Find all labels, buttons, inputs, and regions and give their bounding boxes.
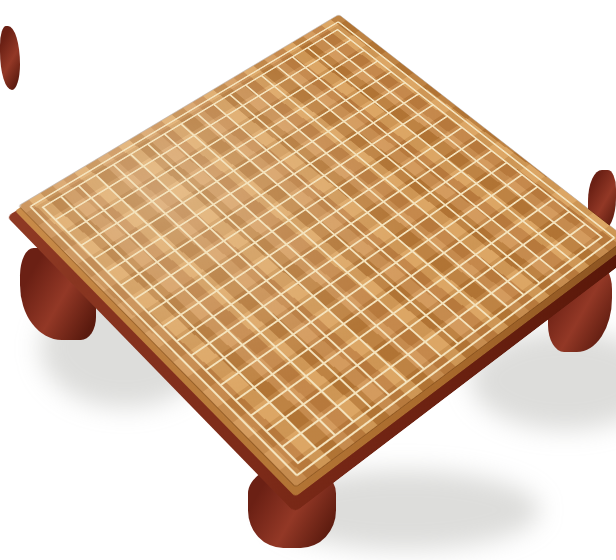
table-leg-back-left <box>0 26 20 90</box>
go-table-photo <box>0 0 616 560</box>
